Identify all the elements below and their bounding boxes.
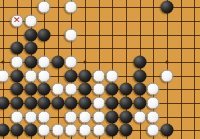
white-stone	[38, 110, 51, 123]
white-stone	[65, 28, 78, 41]
black-stone	[65, 69, 78, 82]
white-stone	[0, 69, 10, 82]
white-stone	[38, 1, 51, 14]
white-stone	[10, 110, 23, 123]
black-stone	[10, 69, 23, 82]
white-stone	[106, 69, 119, 82]
white-stone	[147, 124, 160, 137]
black-stone	[79, 96, 92, 109]
white-stone	[133, 110, 146, 123]
black-stone	[133, 83, 146, 96]
black-stone	[24, 42, 37, 55]
white-stone	[147, 96, 160, 109]
black-stone	[10, 124, 23, 137]
black-stone	[10, 96, 23, 109]
hoshi-point	[2, 60, 5, 63]
white-stone	[24, 14, 37, 27]
white-stone	[51, 83, 64, 96]
white-stone	[161, 69, 174, 82]
black-stone	[0, 96, 10, 109]
black-stone	[120, 110, 133, 123]
black-stone	[51, 96, 64, 109]
black-stone	[38, 83, 51, 96]
black-stone	[133, 55, 146, 68]
black-stone	[24, 96, 37, 109]
white-stone	[38, 55, 51, 68]
hoshi-point	[84, 60, 87, 63]
white-stone	[92, 124, 105, 137]
hoshi-point	[166, 60, 169, 63]
go-board-screenshot: ✕	[0, 0, 200, 139]
white-stone	[65, 1, 78, 14]
black-stone	[106, 96, 119, 109]
last-move-marker: ✕	[13, 16, 21, 25]
white-stone	[38, 124, 51, 137]
black-stone	[161, 1, 174, 14]
black-stone	[106, 124, 119, 137]
white-stone	[65, 124, 78, 137]
white-stone	[65, 55, 78, 68]
white-stone	[51, 124, 64, 137]
white-stone	[92, 69, 105, 82]
go-board[interactable]: ✕	[0, 0, 200, 139]
white-stone	[92, 83, 105, 96]
white-stone	[79, 124, 92, 137]
white-stone	[92, 110, 105, 123]
white-stone	[65, 110, 78, 123]
black-stone	[10, 83, 23, 96]
black-stone	[24, 55, 37, 68]
black-stone	[65, 96, 78, 109]
black-stone	[38, 96, 51, 109]
white-stone	[147, 110, 160, 123]
black-stone	[24, 28, 37, 41]
white-stone	[92, 96, 105, 109]
white-stone	[147, 83, 160, 96]
black-stone	[133, 69, 146, 82]
black-stone	[133, 96, 146, 109]
black-stone	[106, 83, 119, 96]
black-stone	[38, 28, 51, 41]
black-stone	[51, 55, 64, 68]
white-stone	[38, 69, 51, 82]
black-stone	[79, 83, 92, 96]
black-stone	[120, 96, 133, 109]
black-stone	[0, 124, 10, 137]
white-stone	[79, 110, 92, 123]
white-stone	[24, 110, 37, 123]
black-stone	[161, 124, 174, 137]
black-stone	[10, 42, 23, 55]
black-stone	[79, 69, 92, 82]
white-stone	[65, 83, 78, 96]
black-stone	[120, 83, 133, 96]
white-stone	[24, 69, 37, 82]
black-stone	[106, 110, 119, 123]
black-stone	[24, 83, 37, 96]
black-stone	[120, 124, 133, 137]
black-stone	[24, 124, 37, 137]
white-stone	[10, 55, 23, 68]
